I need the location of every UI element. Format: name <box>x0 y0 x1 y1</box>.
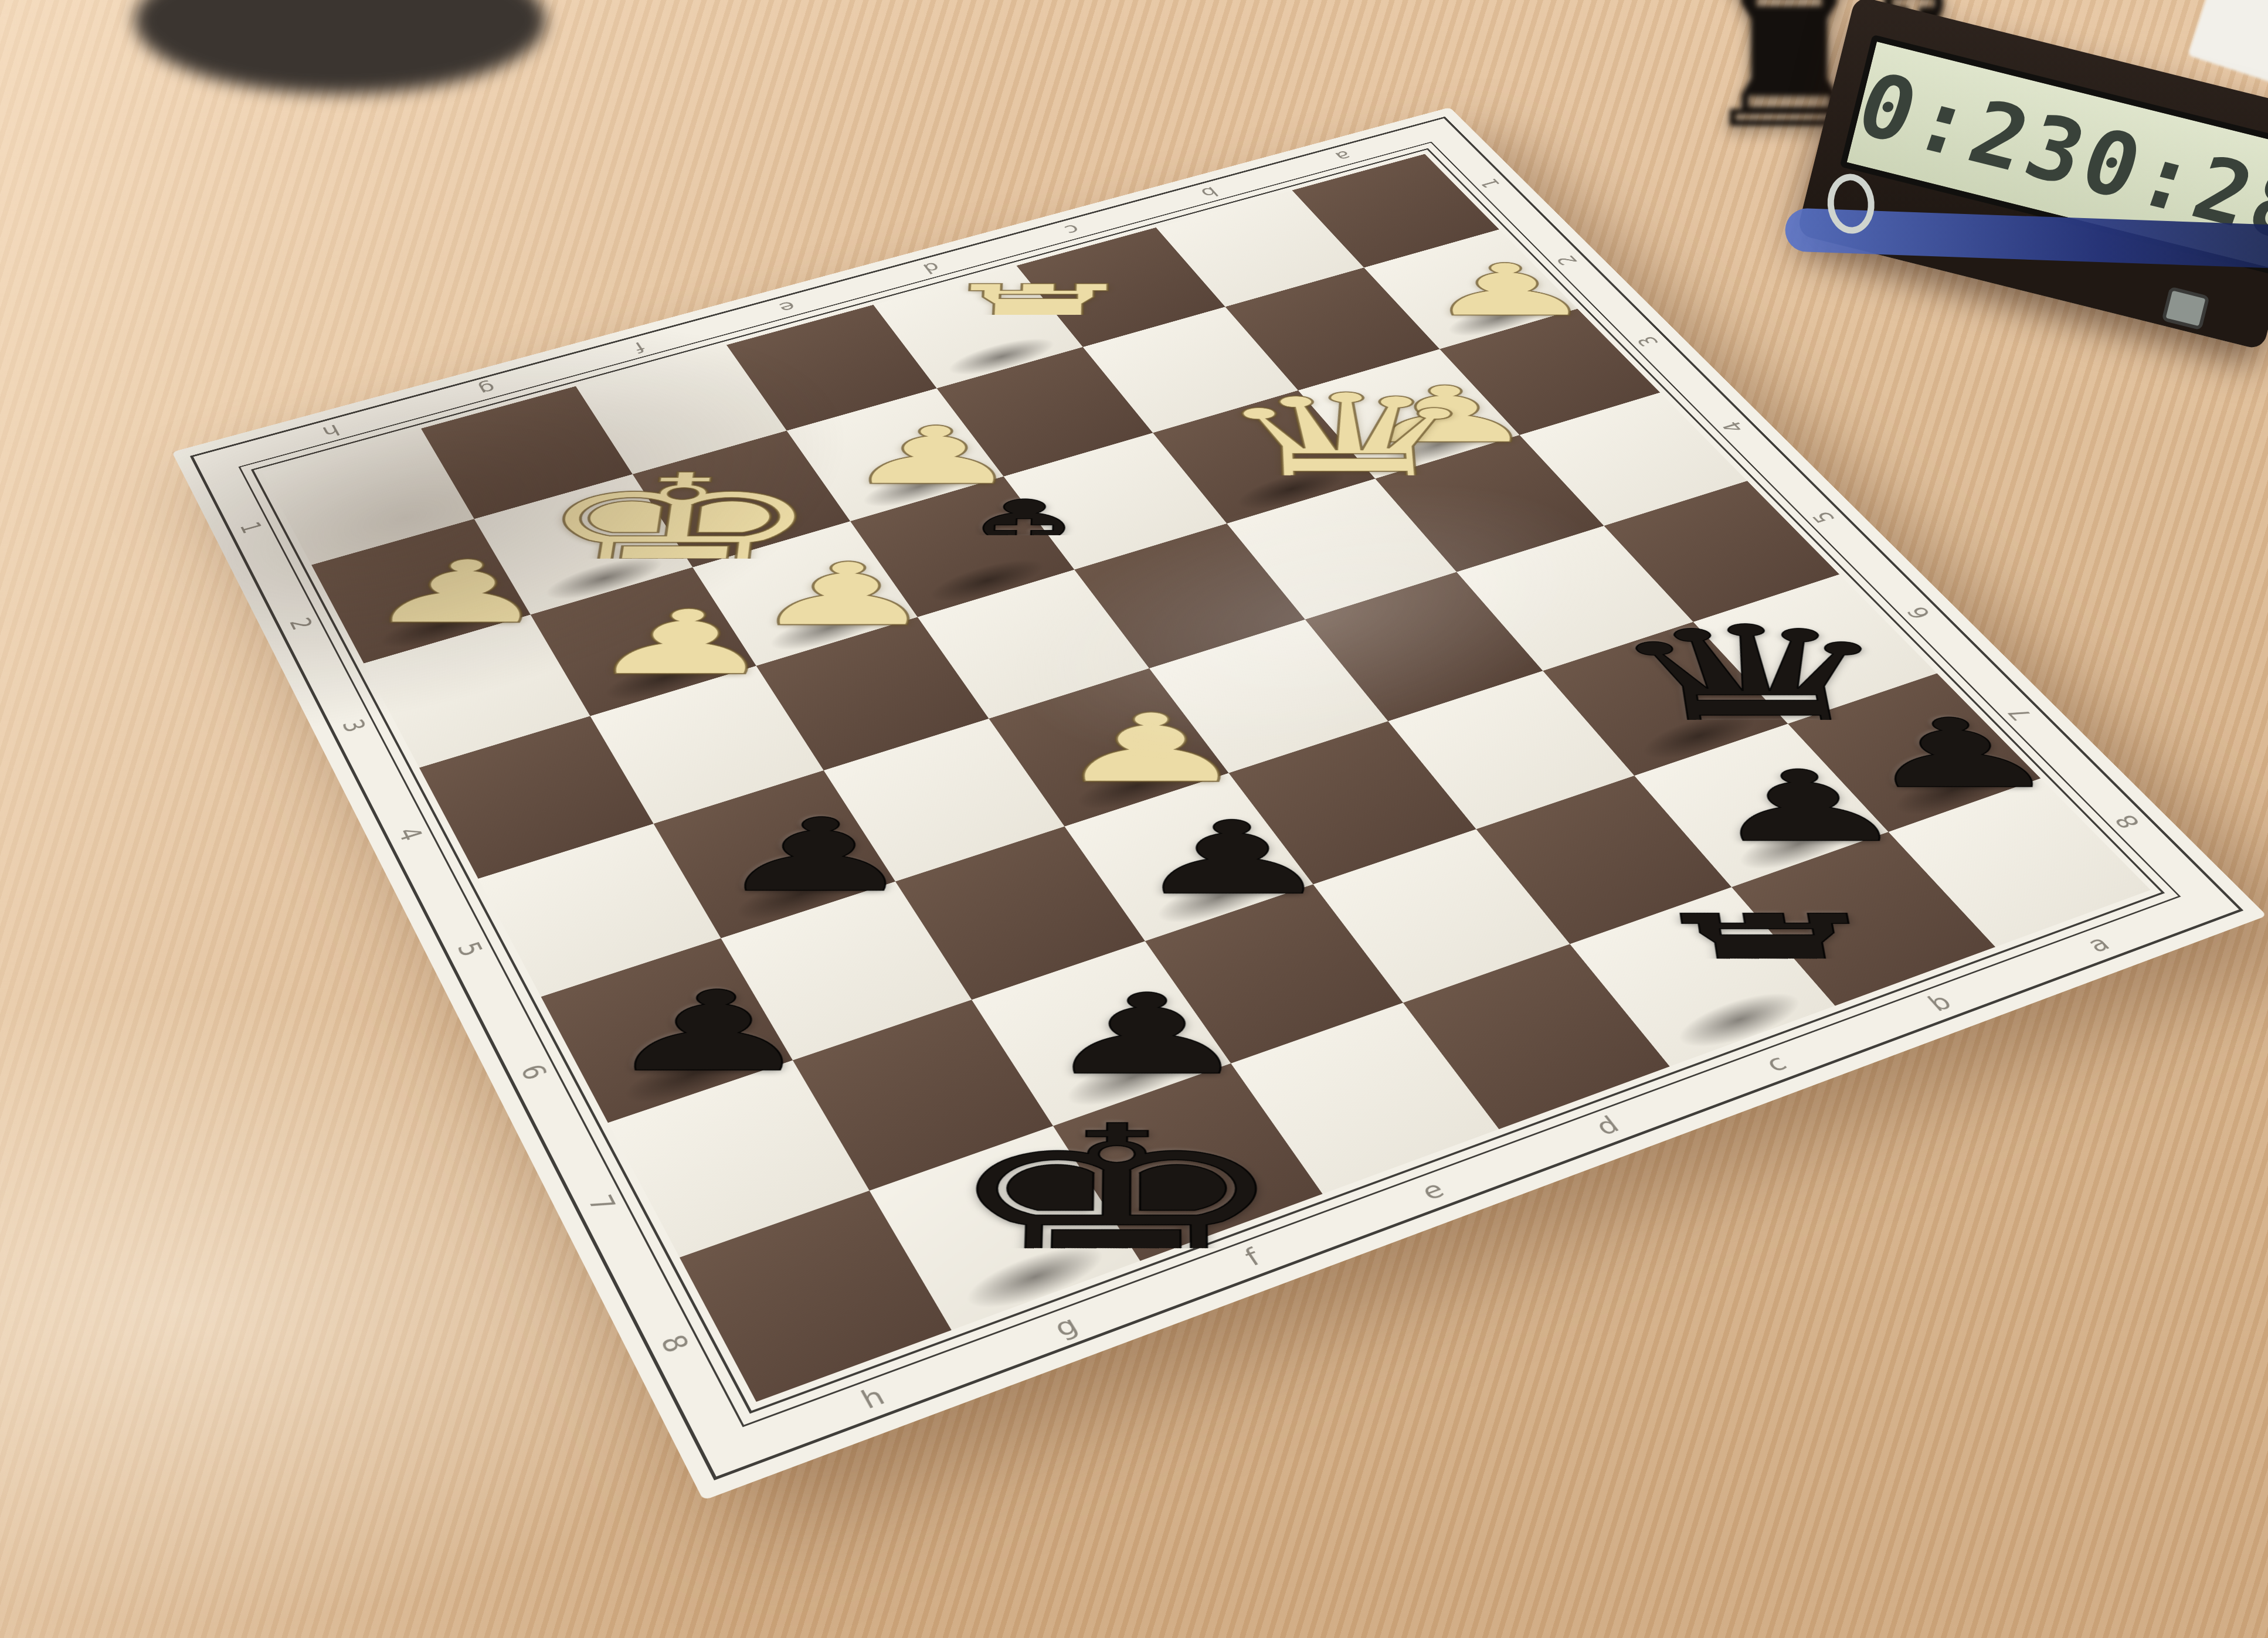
photo-stage: hgfedcba1♜12♟♚♟♟23♟♟♝♛♟3445♟♟56♟♟♛67♟♟♟7… <box>0 0 2268 1638</box>
clock-side-button <box>2161 286 2209 330</box>
chessboard: hgfedcba1♜12♟♚♟♟23♟♟♝♛♟3445♟♟56♟♟♛67♟♟♟7… <box>172 107 2267 1500</box>
background-arm-blob <box>135 0 545 94</box>
clock-left-time: 0:23 <box>1845 53 2102 206</box>
board-grid: hgfedcba1♜12♟♚♟♟23♟♟♝♛♟3445♟♟56♟♟♛67♟♟♟7… <box>172 107 2267 1500</box>
